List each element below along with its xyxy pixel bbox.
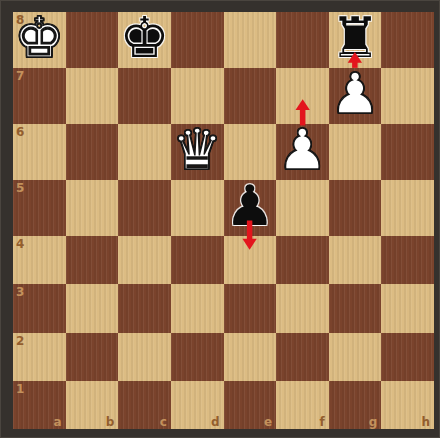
square-b1[interactable]: b — [66, 381, 119, 429]
square-h4[interactable] — [381, 236, 434, 284]
file-label-g: g — [369, 415, 378, 429]
file-label-a: a — [54, 415, 62, 429]
file-label-e: e — [264, 415, 272, 429]
square-f5[interactable] — [276, 180, 329, 236]
square-e3[interactable] — [224, 284, 277, 332]
square-h5[interactable] — [381, 180, 434, 236]
square-b3[interactable] — [66, 284, 119, 332]
square-e5[interactable]: ♟ — [224, 180, 277, 236]
square-a3[interactable]: 3 — [13, 284, 66, 332]
square-e6[interactable] — [224, 124, 277, 180]
piece-black-pawn[interactable]: ♟ — [225, 178, 275, 234]
square-c7[interactable] — [118, 68, 171, 124]
square-g4[interactable] — [329, 236, 382, 284]
square-b7[interactable] — [66, 68, 119, 124]
square-e1[interactable]: e — [224, 381, 277, 429]
square-h2[interactable] — [381, 333, 434, 381]
square-h7[interactable] — [381, 68, 434, 124]
square-c6[interactable] — [118, 124, 171, 180]
square-g1[interactable]: g — [329, 381, 382, 429]
square-g3[interactable] — [329, 284, 382, 332]
rank-label-1: 1 — [16, 382, 24, 396]
square-b2[interactable] — [66, 333, 119, 381]
square-e2[interactable] — [224, 333, 277, 381]
square-d2[interactable] — [171, 333, 224, 381]
square-f2[interactable] — [276, 333, 329, 381]
piece-white-pawn[interactable]: ♟ — [330, 66, 380, 122]
square-d4[interactable] — [171, 236, 224, 284]
square-a5[interactable]: 5 — [13, 180, 66, 236]
square-b8[interactable] — [66, 12, 119, 68]
rank-label-7: 7 — [16, 69, 24, 83]
piece-black-rook[interactable]: ♜ — [330, 10, 380, 66]
square-f6[interactable]: ♟ — [276, 124, 329, 180]
square-f8[interactable] — [276, 12, 329, 68]
square-e8[interactable] — [224, 12, 277, 68]
square-a2[interactable]: 2 — [13, 333, 66, 381]
square-b6[interactable] — [66, 124, 119, 180]
square-f1[interactable]: f — [276, 381, 329, 429]
square-d3[interactable] — [171, 284, 224, 332]
square-f4[interactable] — [276, 236, 329, 284]
piece-black-king[interactable]: ♚ — [119, 10, 169, 66]
square-b5[interactable] — [66, 180, 119, 236]
square-c2[interactable] — [118, 333, 171, 381]
square-g2[interactable] — [329, 333, 382, 381]
square-f3[interactable] — [276, 284, 329, 332]
square-d1[interactable]: d — [171, 381, 224, 429]
square-c3[interactable] — [118, 284, 171, 332]
rank-label-4: 4 — [16, 237, 24, 251]
square-g7[interactable]: ♟ — [329, 68, 382, 124]
file-label-f: f — [320, 415, 325, 429]
square-c4[interactable] — [118, 236, 171, 284]
piece-white-pawn[interactable]: ♟ — [277, 122, 327, 178]
square-f7[interactable] — [276, 68, 329, 124]
square-h1[interactable]: h — [381, 381, 434, 429]
square-b4[interactable] — [66, 236, 119, 284]
square-a6[interactable]: 6 — [13, 124, 66, 180]
square-h6[interactable] — [381, 124, 434, 180]
square-g8[interactable]: ♜ — [329, 12, 382, 68]
piece-white-queen[interactable]: ♛ — [172, 122, 222, 178]
square-a4[interactable]: 4 — [13, 236, 66, 284]
rank-label-6: 6 — [16, 125, 24, 139]
square-a7[interactable]: 7 — [13, 68, 66, 124]
file-label-c: c — [160, 415, 167, 429]
square-h8[interactable] — [381, 12, 434, 68]
rank-label-3: 3 — [16, 285, 24, 299]
rank-label-2: 2 — [16, 334, 24, 348]
rank-label-5: 5 — [16, 181, 24, 195]
piece-white-king[interactable]: ♚ — [14, 10, 64, 66]
square-c8[interactable]: ♚ — [118, 12, 171, 68]
square-d7[interactable] — [171, 68, 224, 124]
chess-app-window: 8♚♚♜7♟6♛♟5♟4321abcdefgh — [0, 0, 440, 438]
square-d6[interactable]: ♛ — [171, 124, 224, 180]
file-label-h: h — [421, 415, 430, 429]
square-e7[interactable] — [224, 68, 277, 124]
square-g5[interactable] — [329, 180, 382, 236]
square-a1[interactable]: 1a — [13, 381, 66, 429]
square-c5[interactable] — [118, 180, 171, 236]
square-h3[interactable] — [381, 284, 434, 332]
file-label-d: d — [211, 415, 220, 429]
square-c1[interactable]: c — [118, 381, 171, 429]
square-g6[interactable] — [329, 124, 382, 180]
square-a8[interactable]: 8♚ — [13, 12, 66, 68]
chess-board: 8♚♚♜7♟6♛♟5♟4321abcdefgh — [13, 12, 434, 429]
square-e4[interactable] — [224, 236, 277, 284]
file-label-b: b — [106, 415, 115, 429]
square-d8[interactable] — [171, 12, 224, 68]
square-d5[interactable] — [171, 180, 224, 236]
